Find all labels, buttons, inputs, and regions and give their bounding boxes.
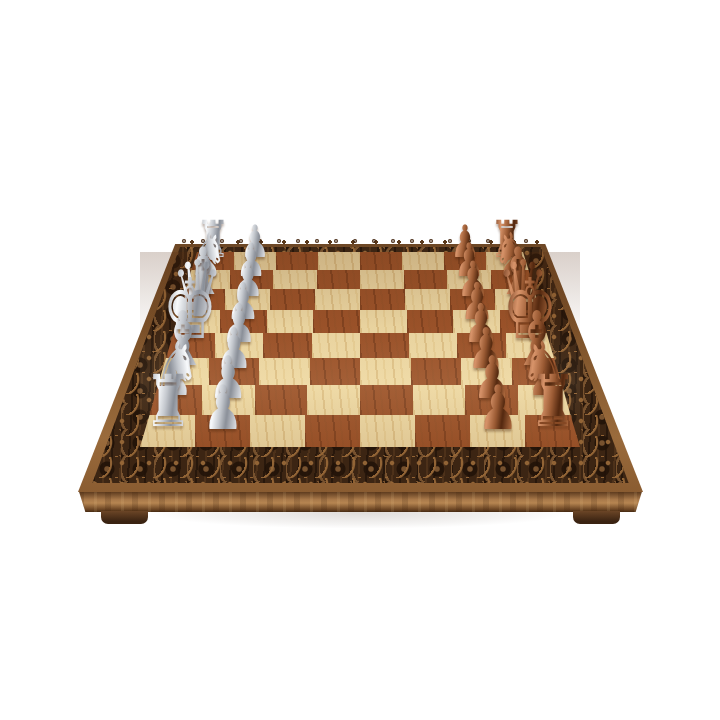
square-b4: [317, 270, 361, 289]
square-h5: [360, 415, 415, 447]
square-f5: [360, 358, 411, 385]
square-b1: [186, 270, 230, 289]
back-edge-carving: [178, 233, 542, 245]
board-row-file-f: [158, 358, 562, 385]
square-f7: [461, 358, 512, 385]
board-foot-left: [101, 511, 148, 524]
board-row-file-d: [174, 310, 547, 333]
square-f4: [310, 358, 361, 385]
square-f3: [259, 358, 310, 385]
board-row-file-e: [166, 333, 554, 358]
square-b8: [491, 270, 535, 289]
square-e7: [457, 333, 506, 358]
square-d8: [500, 310, 547, 333]
square-f2: [209, 358, 260, 385]
square-h7: [470, 415, 525, 447]
square-c8: [495, 289, 540, 310]
square-h6: [415, 415, 470, 447]
square-g3: [255, 385, 308, 415]
square-a4: [318, 252, 360, 270]
chess-set-photo: ♜♟♟♜♞♟♟♞♝♟♟♝♛♟♟♛♚♟♟♚♝♟♟♝♞♟♟♞♜♟♟♜: [0, 0, 720, 720]
square-a1: [192, 252, 234, 270]
square-b3: [273, 270, 317, 289]
square-g7: [465, 385, 518, 415]
board-row-file-b: [186, 270, 534, 289]
square-c3: [270, 289, 315, 310]
square-c6: [405, 289, 450, 310]
square-a7: [444, 252, 486, 270]
square-f6: [411, 358, 462, 385]
square-c4: [315, 289, 360, 310]
board-row-file-g: [150, 385, 571, 415]
square-a5: [360, 252, 402, 270]
square-d4: [313, 310, 360, 333]
square-g8: [518, 385, 571, 415]
square-b5: [360, 270, 404, 289]
square-h2: [195, 415, 250, 447]
square-h8: [525, 415, 580, 447]
frame-front-molding: [78, 492, 643, 512]
square-d2: [220, 310, 267, 333]
square-g1: [150, 385, 203, 415]
square-e8: [506, 333, 555, 358]
square-e5: [360, 333, 409, 358]
square-f1: [158, 358, 209, 385]
square-c5: [360, 289, 405, 310]
square-d5: [360, 310, 407, 333]
square-d1: [174, 310, 221, 333]
square-e6: [409, 333, 458, 358]
square-a2: [234, 252, 276, 270]
square-c1: [180, 289, 225, 310]
square-e1: [166, 333, 215, 358]
square-g6: [413, 385, 466, 415]
square-d6: [407, 310, 454, 333]
square-a8: [486, 252, 528, 270]
square-c2: [225, 289, 270, 310]
square-b6: [404, 270, 448, 289]
square-g4: [307, 385, 360, 415]
square-d7: [453, 310, 500, 333]
square-e2: [215, 333, 264, 358]
board-row-file-c: [180, 289, 540, 310]
chess-board: [140, 252, 580, 447]
square-f8: [512, 358, 563, 385]
square-d3: [267, 310, 314, 333]
square-a3: [276, 252, 318, 270]
square-a6: [402, 252, 444, 270]
square-e4: [312, 333, 361, 358]
square-g5: [360, 385, 413, 415]
square-h1: [140, 415, 195, 447]
square-c7: [450, 289, 495, 310]
square-g2: [202, 385, 255, 415]
square-e3: [263, 333, 312, 358]
board-foot-right: [573, 511, 620, 524]
square-b7: [447, 270, 491, 289]
square-h4: [305, 415, 360, 447]
board-row-file-h: [140, 415, 580, 447]
square-b2: [230, 270, 274, 289]
square-h3: [250, 415, 305, 447]
board-row-file-a: [192, 252, 529, 270]
